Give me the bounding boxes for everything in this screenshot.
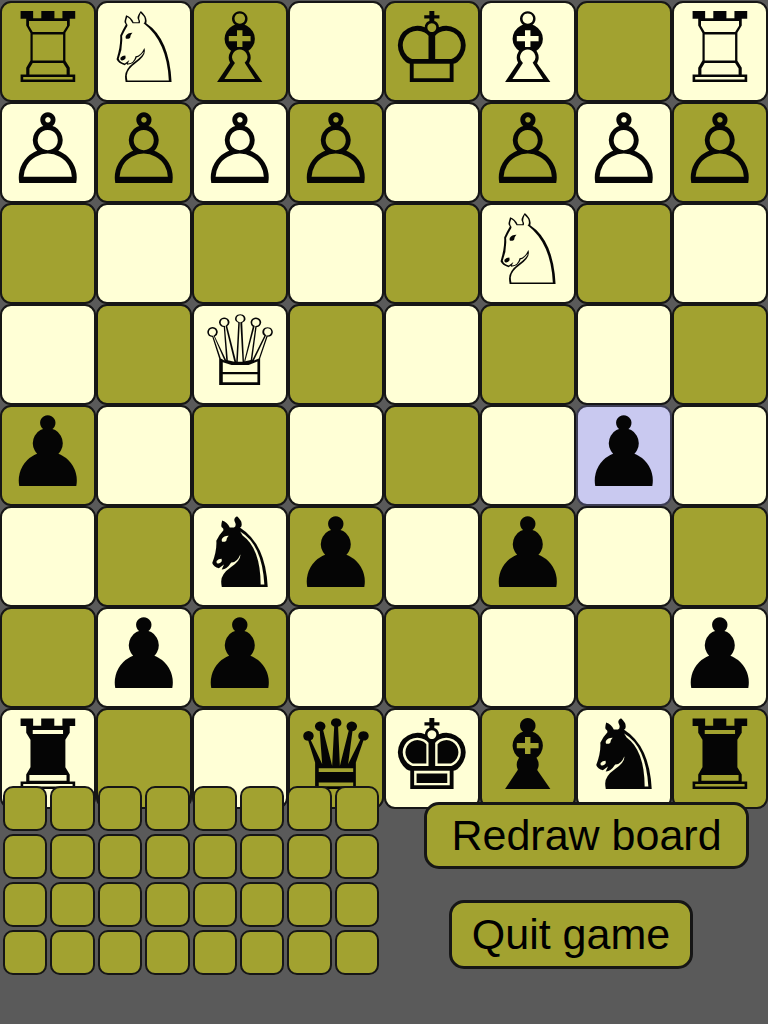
square-b5[interactable] <box>96 405 192 506</box>
piece-black-knight: ♞ <box>197 505 284 602</box>
tray-cell <box>193 786 237 831</box>
tray-cell <box>335 882 379 927</box>
tray-cell <box>287 834 331 879</box>
piece-black-pawn: ♟ <box>485 505 572 602</box>
piece-black-pawn: ♟ <box>101 606 188 703</box>
tray-cell <box>287 882 331 927</box>
tray-cell <box>335 786 379 831</box>
piece-white-queen: ♕ <box>197 303 284 400</box>
tray-cell <box>98 882 142 927</box>
tray-cell <box>50 786 94 831</box>
square-h5[interactable] <box>672 405 768 506</box>
square-h6[interactable] <box>672 506 768 607</box>
tray-cell <box>240 834 284 879</box>
square-e7[interactable] <box>384 607 480 708</box>
captured-piece-tray <box>3 786 379 975</box>
tray-cell <box>98 786 142 831</box>
square-h3[interactable] <box>672 203 768 304</box>
square-f2[interactable]: ♙ <box>480 102 576 203</box>
tray-cell <box>50 930 94 975</box>
square-g7[interactable] <box>576 607 672 708</box>
square-f6[interactable]: ♟ <box>480 506 576 607</box>
square-g4[interactable] <box>576 304 672 405</box>
piece-black-pawn: ♟ <box>197 606 284 703</box>
chess-app-window: ♖♘♗♔♗♖♙♙♙♙♙♙♙♘♕♟♟♞♟♟♟♟♟♜♛♚♝♞♜ Redraw boa… <box>0 0 768 1024</box>
tray-cell <box>3 786 47 831</box>
piece-white-rook: ♖ <box>677 0 764 97</box>
square-e6[interactable] <box>384 506 480 607</box>
square-d6[interactable]: ♟ <box>288 506 384 607</box>
tray-cell <box>145 882 189 927</box>
piece-black-pawn: ♟ <box>293 505 380 602</box>
square-e2[interactable] <box>384 102 480 203</box>
piece-white-knight: ♘ <box>101 0 188 97</box>
tray-cell <box>193 930 237 975</box>
square-c2[interactable]: ♙ <box>192 102 288 203</box>
piece-white-bishop: ♗ <box>197 0 284 97</box>
square-b4[interactable] <box>96 304 192 405</box>
quit-game-button[interactable]: Quit game <box>449 900 693 969</box>
square-g6[interactable] <box>576 506 672 607</box>
square-d5[interactable] <box>288 405 384 506</box>
square-c4[interactable]: ♕ <box>192 304 288 405</box>
piece-white-pawn: ♙ <box>197 101 284 198</box>
square-f1[interactable]: ♗ <box>480 1 576 102</box>
piece-white-rook: ♖ <box>5 0 92 97</box>
piece-black-pawn: ♟ <box>677 606 764 703</box>
square-d3[interactable] <box>288 203 384 304</box>
tray-cell <box>287 786 331 831</box>
piece-black-pawn: ♟ <box>5 404 92 501</box>
square-a3[interactable] <box>0 203 96 304</box>
tray-cell <box>98 834 142 879</box>
square-e3[interactable] <box>384 203 480 304</box>
tray-cell <box>287 930 331 975</box>
square-h2[interactable]: ♙ <box>672 102 768 203</box>
square-a6[interactable] <box>0 506 96 607</box>
chess-board: ♖♘♗♔♗♖♙♙♙♙♙♙♙♘♕♟♟♞♟♟♟♟♟♜♛♚♝♞♜ <box>0 1 768 769</box>
square-h8[interactable]: ♜ <box>672 708 768 809</box>
piece-white-knight: ♘ <box>485 202 572 299</box>
tray-cell <box>98 930 142 975</box>
square-h7[interactable]: ♟ <box>672 607 768 708</box>
piece-white-pawn: ♙ <box>5 101 92 198</box>
tray-cell <box>3 882 47 927</box>
square-g8[interactable]: ♞ <box>576 708 672 809</box>
piece-white-pawn: ♙ <box>677 101 764 198</box>
tray-cell <box>335 930 379 975</box>
square-a5[interactable]: ♟ <box>0 405 96 506</box>
square-b1[interactable]: ♘ <box>96 1 192 102</box>
square-d1[interactable] <box>288 1 384 102</box>
tray-cell <box>145 930 189 975</box>
piece-white-king: ♔ <box>389 0 476 97</box>
piece-black-king: ♚ <box>389 707 476 804</box>
square-b6[interactable] <box>96 506 192 607</box>
square-c7[interactable]: ♟ <box>192 607 288 708</box>
tray-cell <box>145 786 189 831</box>
square-g2[interactable]: ♙ <box>576 102 672 203</box>
square-g3[interactable] <box>576 203 672 304</box>
square-d2[interactable]: ♙ <box>288 102 384 203</box>
square-f7[interactable] <box>480 607 576 708</box>
tray-cell <box>145 834 189 879</box>
square-c1[interactable]: ♗ <box>192 1 288 102</box>
piece-white-pawn: ♙ <box>581 101 668 198</box>
square-f4[interactable] <box>480 304 576 405</box>
piece-white-pawn: ♙ <box>101 101 188 198</box>
square-f5[interactable] <box>480 405 576 506</box>
square-c6[interactable]: ♞ <box>192 506 288 607</box>
piece-black-knight: ♞ <box>581 707 668 804</box>
tray-cell <box>240 786 284 831</box>
tray-cell <box>3 834 47 879</box>
square-h4[interactable] <box>672 304 768 405</box>
piece-black-rook: ♜ <box>677 707 764 804</box>
square-e4[interactable] <box>384 304 480 405</box>
square-b3[interactable] <box>96 203 192 304</box>
tray-cell <box>193 882 237 927</box>
tray-cell <box>240 882 284 927</box>
square-e5[interactable] <box>384 405 480 506</box>
piece-black-pawn: ♟ <box>581 404 668 501</box>
square-g1[interactable] <box>576 1 672 102</box>
square-e8[interactable]: ♚ <box>384 708 480 809</box>
square-d4[interactable] <box>288 304 384 405</box>
square-c5[interactable] <box>192 405 288 506</box>
square-a7[interactable] <box>0 607 96 708</box>
square-b2[interactable]: ♙ <box>96 102 192 203</box>
square-b7[interactable]: ♟ <box>96 607 192 708</box>
tray-cell <box>193 834 237 879</box>
tray-cell <box>240 930 284 975</box>
piece-black-bishop: ♝ <box>485 707 572 804</box>
piece-white-pawn: ♙ <box>485 101 572 198</box>
tray-cell <box>335 834 379 879</box>
square-f8[interactable]: ♝ <box>480 708 576 809</box>
tray-cell <box>50 834 94 879</box>
square-f3[interactable]: ♘ <box>480 203 576 304</box>
square-a4[interactable] <box>0 304 96 405</box>
square-c3[interactable] <box>192 203 288 304</box>
square-a1[interactable]: ♖ <box>0 1 96 102</box>
square-h1[interactable]: ♖ <box>672 1 768 102</box>
redraw-board-button[interactable]: Redraw board <box>424 802 749 869</box>
tray-cell <box>50 882 94 927</box>
tray-cell <box>3 930 47 975</box>
piece-white-bishop: ♗ <box>485 0 572 97</box>
square-d7[interactable] <box>288 607 384 708</box>
piece-white-pawn: ♙ <box>293 101 380 198</box>
square-a2[interactable]: ♙ <box>0 102 96 203</box>
square-e1[interactable]: ♔ <box>384 1 480 102</box>
square-g5[interactable]: ♟ <box>576 405 672 506</box>
